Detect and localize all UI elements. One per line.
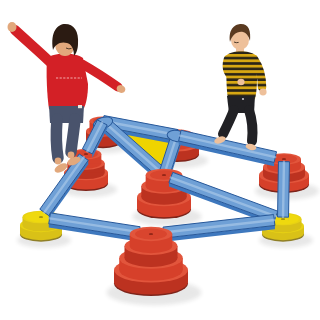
- left-child-jeans-tag: [78, 105, 82, 108]
- equipment-layer: [17, 115, 319, 305]
- product-photo: [0, 0, 320, 320]
- balance-course-scene: [0, 0, 320, 320]
- right-child-back-leg: [249, 110, 253, 141]
- right-child-left-hand: [237, 79, 244, 85]
- right-child-belt-button: [242, 98, 244, 100]
- left-child-raised-hand: [8, 22, 17, 32]
- left-child-raised-arm: [15, 30, 50, 62]
- left-child-right-leg: [71, 119, 75, 152]
- child-right: [213, 24, 266, 151]
- right-child-front-leg: [223, 110, 234, 134]
- left-child-left-ankle: [55, 158, 62, 165]
- right-child-right-hand: [259, 89, 266, 96]
- plank-E-G: [278, 162, 290, 221]
- left-child-torso: [47, 54, 88, 112]
- left-child-left-leg: [56, 119, 58, 158]
